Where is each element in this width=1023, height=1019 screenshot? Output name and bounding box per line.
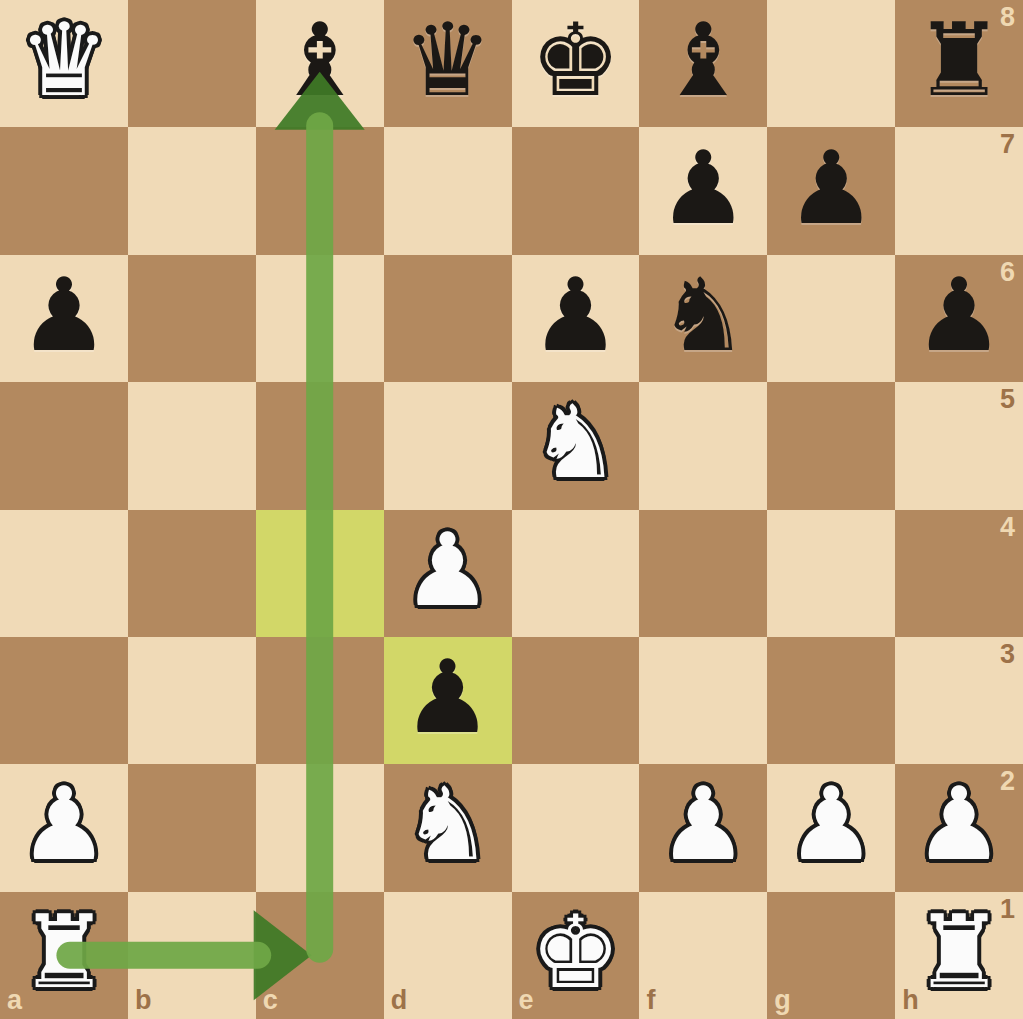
- file-label-b: b: [135, 987, 152, 1014]
- square-h7[interactable]: 7: [895, 127, 1023, 254]
- square-c4[interactable]: [256, 510, 384, 637]
- square-e6[interactable]: ♟: [512, 255, 640, 382]
- square-d1[interactable]: d: [384, 892, 512, 1019]
- square-h1[interactable]: 1h♜: [895, 892, 1023, 1019]
- white-pawn-a2[interactable]: ♟: [0, 764, 128, 891]
- square-d3[interactable]: ♟: [384, 637, 512, 764]
- black-pawn-d3[interactable]: ♟: [384, 637, 512, 764]
- square-d4[interactable]: ♟: [384, 510, 512, 637]
- square-b5[interactable]: [128, 382, 256, 509]
- white-pawn-h2[interactable]: ♟: [895, 764, 1023, 891]
- square-a6[interactable]: ♟: [0, 255, 128, 382]
- white-knight-d2[interactable]: ♞: [384, 764, 512, 891]
- square-f1[interactable]: f: [639, 892, 767, 1019]
- square-h4[interactable]: 4: [895, 510, 1023, 637]
- square-f8[interactable]: ♝: [639, 0, 767, 127]
- white-pawn-g2[interactable]: ♟: [767, 764, 895, 891]
- square-g8[interactable]: [767, 0, 895, 127]
- square-c2[interactable]: [256, 764, 384, 891]
- square-c5[interactable]: [256, 382, 384, 509]
- square-a3[interactable]: [0, 637, 128, 764]
- black-bishop-c8[interactable]: ♝: [256, 0, 384, 127]
- square-b1[interactable]: b: [128, 892, 256, 1019]
- white-pawn-f2[interactable]: ♟: [639, 764, 767, 891]
- square-e8[interactable]: ♚: [512, 0, 640, 127]
- white-rook-a1[interactable]: ♜: [0, 892, 128, 1019]
- square-f4[interactable]: [639, 510, 767, 637]
- file-label-g: g: [774, 987, 791, 1014]
- square-d7[interactable]: [384, 127, 512, 254]
- square-b4[interactable]: [128, 510, 256, 637]
- square-h2[interactable]: 2♟: [895, 764, 1023, 891]
- square-h3[interactable]: 3: [895, 637, 1023, 764]
- black-king-e8[interactable]: ♚: [512, 0, 640, 127]
- square-b8[interactable]: [128, 0, 256, 127]
- rank-label-7: 7: [1000, 131, 1015, 158]
- file-label-f: f: [646, 987, 655, 1014]
- square-a5[interactable]: [0, 382, 128, 509]
- square-f7[interactable]: ♟: [639, 127, 767, 254]
- square-f2[interactable]: ♟: [639, 764, 767, 891]
- rank-label-4: 4: [1000, 514, 1015, 541]
- square-h5[interactable]: 5: [895, 382, 1023, 509]
- square-c7[interactable]: [256, 127, 384, 254]
- square-a2[interactable]: ♟: [0, 764, 128, 891]
- black-pawn-g7[interactable]: ♟: [767, 127, 895, 254]
- square-a7[interactable]: [0, 127, 128, 254]
- chess-app: ♛♝♛♚♝8♜♟♟7♟♟♞6♟♞5♟4♟3♟♞♟♟2♟a♜bcde♚fg1h♜: [0, 0, 1023, 1019]
- white-queen-a8[interactable]: ♛: [0, 0, 128, 127]
- square-b6[interactable]: [128, 255, 256, 382]
- square-a8[interactable]: ♛: [0, 0, 128, 127]
- square-g1[interactable]: g: [767, 892, 895, 1019]
- file-label-d: d: [391, 987, 408, 1014]
- black-queen-d8[interactable]: ♛: [384, 0, 512, 127]
- rank-label-5: 5: [1000, 386, 1015, 413]
- square-g3[interactable]: [767, 637, 895, 764]
- square-e5[interactable]: ♞: [512, 382, 640, 509]
- square-e7[interactable]: [512, 127, 640, 254]
- square-c3[interactable]: [256, 637, 384, 764]
- black-pawn-f7[interactable]: ♟: [639, 127, 767, 254]
- square-g7[interactable]: ♟: [767, 127, 895, 254]
- square-f3[interactable]: [639, 637, 767, 764]
- black-pawn-h6[interactable]: ♟: [895, 255, 1023, 382]
- black-pawn-e6[interactable]: ♟: [512, 255, 640, 382]
- black-knight-f6[interactable]: ♞: [639, 255, 767, 382]
- white-pawn-d4[interactable]: ♟: [384, 510, 512, 637]
- square-e1[interactable]: e♚: [512, 892, 640, 1019]
- square-g5[interactable]: [767, 382, 895, 509]
- square-c6[interactable]: [256, 255, 384, 382]
- square-d2[interactable]: ♞: [384, 764, 512, 891]
- square-f6[interactable]: ♞: [639, 255, 767, 382]
- square-f5[interactable]: [639, 382, 767, 509]
- square-d8[interactable]: ♛: [384, 0, 512, 127]
- chess-board[interactable]: ♛♝♛♚♝8♜♟♟7♟♟♞6♟♞5♟4♟3♟♞♟♟2♟a♜bcde♚fg1h♜: [0, 0, 1023, 1019]
- square-e2[interactable]: [512, 764, 640, 891]
- square-e4[interactable]: [512, 510, 640, 637]
- square-h8[interactable]: 8♜: [895, 0, 1023, 127]
- black-rook-h8[interactable]: ♜: [895, 0, 1023, 127]
- square-e3[interactable]: [512, 637, 640, 764]
- rank-label-3: 3: [1000, 641, 1015, 668]
- square-c1[interactable]: c: [256, 892, 384, 1019]
- white-rook-h1[interactable]: ♜: [895, 892, 1023, 1019]
- square-b2[interactable]: [128, 764, 256, 891]
- square-b7[interactable]: [128, 127, 256, 254]
- white-king-e1[interactable]: ♚: [512, 892, 640, 1019]
- square-h6[interactable]: 6♟: [895, 255, 1023, 382]
- white-knight-e5[interactable]: ♞: [512, 382, 640, 509]
- square-d5[interactable]: [384, 382, 512, 509]
- square-c8[interactable]: ♝: [256, 0, 384, 127]
- square-a4[interactable]: [0, 510, 128, 637]
- black-bishop-f8[interactable]: ♝: [639, 0, 767, 127]
- black-pawn-a6[interactable]: ♟: [0, 255, 128, 382]
- square-g6[interactable]: [767, 255, 895, 382]
- file-label-c: c: [263, 987, 278, 1014]
- square-b3[interactable]: [128, 637, 256, 764]
- square-g4[interactable]: [767, 510, 895, 637]
- square-d6[interactable]: [384, 255, 512, 382]
- square-a1[interactable]: a♜: [0, 892, 128, 1019]
- square-g2[interactable]: ♟: [767, 764, 895, 891]
